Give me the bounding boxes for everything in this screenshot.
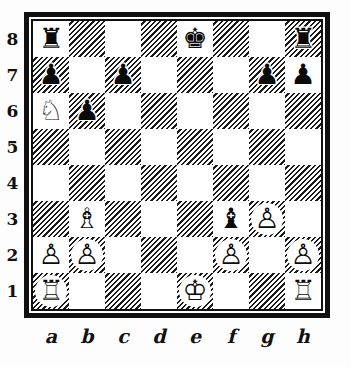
square-h5[interactable] <box>285 129 321 165</box>
square-e3[interactable] <box>177 201 213 237</box>
square-d8[interactable] <box>141 21 177 57</box>
white-pawn[interactable]: ♙ <box>38 239 63 271</box>
square-h3[interactable] <box>285 201 321 237</box>
square-c3[interactable] <box>105 201 141 237</box>
square-d3[interactable] <box>141 201 177 237</box>
square-e6[interactable] <box>177 93 213 129</box>
square-c6[interactable] <box>105 93 141 129</box>
square-c1[interactable] <box>105 273 141 309</box>
square-a8[interactable]: ♜ <box>33 21 69 57</box>
black-king[interactable]: ♚ <box>182 23 207 55</box>
square-h2[interactable]: ♙ <box>285 237 321 273</box>
square-a3[interactable] <box>33 201 69 237</box>
square-g3[interactable]: ♙ <box>249 201 285 237</box>
square-g8[interactable] <box>249 21 285 57</box>
square-h4[interactable] <box>285 165 321 201</box>
rank-label-5: 5 <box>3 129 22 165</box>
file-label-h: h <box>285 325 321 347</box>
square-d7[interactable] <box>141 57 177 93</box>
white-pawn[interactable]: ♙ <box>287 239 319 271</box>
black-pawn[interactable]: ♟ <box>110 59 135 91</box>
square-d6[interactable] <box>141 93 177 129</box>
rank-label-4: 4 <box>3 165 22 201</box>
board-frame: ♜♚♜♟♟♟♟♘♟♗♝♙♙♙♙♙♖♔♖ <box>24 12 330 318</box>
white-bishop[interactable]: ♗ <box>74 203 99 235</box>
chess-diagram: 87654321 ♜♚♜♟♟♟♟♘♟♗♝♙♙♙♙♙♖♔♖ abcdefgh <box>0 0 351 367</box>
square-f7[interactable] <box>213 57 249 93</box>
square-e2[interactable] <box>177 237 213 273</box>
white-knight[interactable]: ♘ <box>38 95 63 127</box>
white-rook[interactable]: ♖ <box>35 275 67 307</box>
square-d2[interactable] <box>141 237 177 273</box>
black-rook[interactable]: ♜ <box>290 23 315 55</box>
file-label-g: g <box>249 325 285 347</box>
square-e7[interactable] <box>177 57 213 93</box>
square-a5[interactable] <box>33 129 69 165</box>
square-c4[interactable] <box>105 165 141 201</box>
square-f3[interactable]: ♝ <box>213 201 249 237</box>
square-g5[interactable] <box>249 129 285 165</box>
square-e1[interactable]: ♔ <box>177 273 213 309</box>
black-bishop[interactable]: ♝ <box>218 203 243 235</box>
file-label-f: f <box>213 325 249 347</box>
square-f2[interactable]: ♙ <box>213 237 249 273</box>
rank-label-7: 7 <box>3 57 22 93</box>
square-c5[interactable] <box>105 129 141 165</box>
square-a4[interactable] <box>33 165 69 201</box>
file-label-b: b <box>69 325 105 347</box>
black-pawn[interactable]: ♟ <box>74 95 99 127</box>
square-b8[interactable] <box>69 21 105 57</box>
square-b7[interactable] <box>69 57 105 93</box>
square-b1[interactable] <box>69 273 105 309</box>
black-pawn[interactable]: ♟ <box>290 59 315 91</box>
square-f6[interactable] <box>213 93 249 129</box>
square-h8[interactable]: ♜ <box>285 21 321 57</box>
black-pawn[interactable]: ♟ <box>254 59 279 91</box>
square-b6[interactable]: ♟ <box>69 93 105 129</box>
square-e4[interactable] <box>177 165 213 201</box>
rank-label-3: 3 <box>3 201 22 237</box>
square-f1[interactable] <box>213 273 249 309</box>
rank-label-6: 6 <box>3 93 22 129</box>
file-label-d: d <box>141 325 177 347</box>
square-g1[interactable] <box>249 273 285 309</box>
square-b5[interactable] <box>69 129 105 165</box>
square-h7[interactable]: ♟ <box>285 57 321 93</box>
black-pawn[interactable]: ♟ <box>38 59 63 91</box>
file-label-a: a <box>33 325 69 347</box>
square-c7[interactable]: ♟ <box>105 57 141 93</box>
rank-label-8: 8 <box>3 21 22 57</box>
file-labels: abcdefgh <box>33 325 321 347</box>
square-g7[interactable]: ♟ <box>249 57 285 93</box>
square-h6[interactable] <box>285 93 321 129</box>
white-pawn[interactable]: ♙ <box>71 239 103 271</box>
square-e5[interactable] <box>177 129 213 165</box>
white-rook[interactable]: ♖ <box>290 275 315 307</box>
square-h1[interactable]: ♖ <box>285 273 321 309</box>
rank-label-2: 2 <box>3 237 22 273</box>
square-f4[interactable] <box>213 165 249 201</box>
square-f5[interactable] <box>213 129 249 165</box>
square-a1[interactable]: ♖ <box>33 273 69 309</box>
white-king[interactable]: ♔ <box>179 275 211 307</box>
square-b4[interactable] <box>69 165 105 201</box>
rank-labels: 87654321 <box>3 21 22 309</box>
square-g6[interactable] <box>249 93 285 129</box>
square-g2[interactable] <box>249 237 285 273</box>
square-d5[interactable] <box>141 129 177 165</box>
file-label-c: c <box>105 325 141 347</box>
square-b2[interactable]: ♙ <box>69 237 105 273</box>
square-f8[interactable] <box>213 21 249 57</box>
square-c8[interactable] <box>105 21 141 57</box>
square-a7[interactable]: ♟ <box>33 57 69 93</box>
file-label-e: e <box>177 325 213 347</box>
white-pawn[interactable]: ♙ <box>215 239 247 271</box>
rank-label-1: 1 <box>3 273 22 309</box>
chess-board: ♜♚♜♟♟♟♟♘♟♗♝♙♙♙♙♙♖♔♖ <box>31 19 323 311</box>
square-b3[interactable]: ♗ <box>69 201 105 237</box>
white-pawn[interactable]: ♙ <box>251 203 283 235</box>
square-d4[interactable] <box>141 165 177 201</box>
square-a6[interactable]: ♘ <box>33 93 69 129</box>
square-e8[interactable]: ♚ <box>177 21 213 57</box>
square-d1[interactable] <box>141 273 177 309</box>
square-a2[interactable]: ♙ <box>33 237 69 273</box>
square-c2[interactable] <box>105 237 141 273</box>
square-g4[interactable] <box>249 165 285 201</box>
black-rook[interactable]: ♜ <box>38 23 63 55</box>
